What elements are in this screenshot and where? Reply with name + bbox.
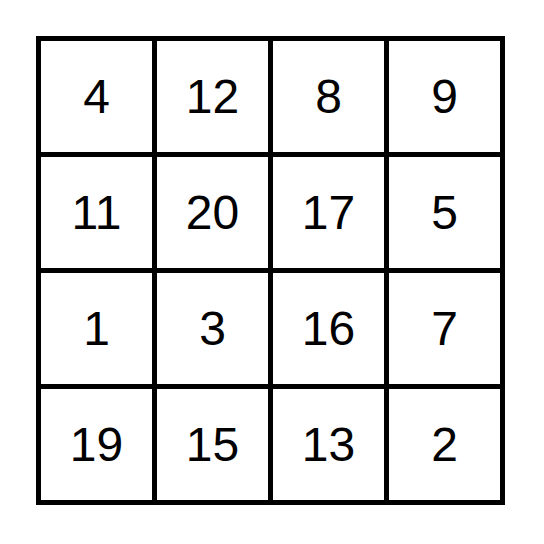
- grid-cell-r3c0[interactable]: 19: [41, 389, 152, 500]
- grid-cell-r0c3[interactable]: 9: [389, 41, 500, 152]
- number-grid-board: 4 12 8 9 11 20 17 5 1 3 16 7 19 15 13 2: [36, 36, 505, 505]
- grid-cell-r0c0[interactable]: 4: [41, 41, 152, 152]
- grid-cell-r2c3[interactable]: 7: [389, 273, 500, 384]
- grid-cell-r3c1[interactable]: 15: [157, 389, 268, 500]
- grid-cell-r1c1[interactable]: 20: [157, 157, 268, 268]
- grid-cell-r2c0[interactable]: 1: [41, 273, 152, 384]
- grid-cell-r2c2[interactable]: 16: [273, 273, 384, 384]
- grid-cell-r1c0[interactable]: 11: [41, 157, 152, 268]
- grid-cell-r0c2[interactable]: 8: [273, 41, 384, 152]
- grid-cell-r3c3[interactable]: 2: [389, 389, 500, 500]
- grid-cell-r2c1[interactable]: 3: [157, 273, 268, 384]
- grid-cell-r3c2[interactable]: 13: [273, 389, 384, 500]
- grid-cell-r1c2[interactable]: 17: [273, 157, 384, 268]
- grid-cell-r0c1[interactable]: 12: [157, 41, 268, 152]
- grid-cell-r1c3[interactable]: 5: [389, 157, 500, 268]
